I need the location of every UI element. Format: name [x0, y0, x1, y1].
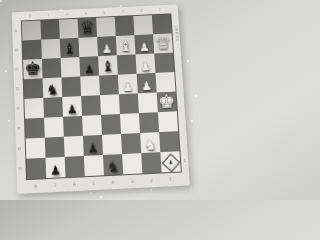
board-cell[interactable] [43, 97, 63, 118]
chess-piece-white-pawn[interactable]: ♟ [102, 43, 113, 55]
board-cell[interactable] [61, 57, 81, 77]
coordinate-label: 5 [76, 11, 95, 16]
board-cell[interactable]: ♞ [43, 77, 63, 98]
chess-piece-black-pawn[interactable]: ♟ [87, 142, 98, 155]
coordinate-label: 5 [84, 180, 104, 186]
chess-piece-black-knight[interactable]: ♞ [106, 159, 119, 174]
coordinate-label: 3 [113, 9, 132, 14]
coordinate-label: 7 [45, 182, 64, 188]
coordinate-label: B [15, 40, 19, 59]
board-cell[interactable] [158, 111, 178, 132]
board-cell[interactable] [22, 20, 41, 40]
chess-piece-white-pawn[interactable]: ♟ [140, 60, 151, 72]
board-cell[interactable] [61, 77, 81, 98]
board-cell[interactable] [41, 39, 60, 59]
board-cell[interactable] [152, 14, 172, 34]
coordinate-label: 4 [103, 179, 123, 185]
chess-piece-black-king[interactable]: ♚ [24, 59, 42, 78]
chess-piece-black-pawn[interactable]: ♟ [84, 63, 95, 75]
board-cell[interactable] [44, 117, 64, 138]
table-speckles [0, 0, 2, 2]
board-cell[interactable] [65, 156, 85, 177]
board-cell[interactable] [122, 153, 142, 174]
board-cell[interactable] [40, 20, 59, 40]
coordinate-label: G [18, 138, 22, 158]
board-cell[interactable] [42, 58, 62, 78]
board-cell[interactable] [84, 155, 104, 176]
vinyl-chess-mat: 87654321 87654321 ABCDEFGH 1 CHESS ♛♝♟♝♟… [12, 4, 190, 193]
coordinate-label: E [16, 98, 20, 118]
coordinate-label: 6 [58, 12, 77, 17]
board-cell[interactable] [154, 53, 174, 73]
chess-piece-white-king[interactable]: ♚ [158, 92, 176, 112]
chess-piece-white-pawn[interactable]: ♟ [139, 41, 150, 53]
chess-piece-black-pawn[interactable]: ♟ [50, 164, 61, 177]
board-cell[interactable] [82, 115, 102, 136]
board-cell[interactable] [78, 37, 98, 57]
board-cell[interactable] [24, 98, 44, 119]
coordinate-label: 8 [26, 183, 45, 189]
mat-dust-specks [12, 12, 13, 13]
coordinate-label: 4 [95, 10, 114, 15]
coordinate-label: 3 [122, 179, 142, 185]
board-cell[interactable] [139, 112, 159, 133]
coordinate-label: C [15, 59, 19, 79]
chess-piece-white-knight[interactable]: ♞ [144, 137, 157, 152]
board-cell[interactable] [63, 116, 83, 137]
board-cell[interactable]: ♝ [60, 38, 80, 58]
chess-piece-black-bishop[interactable]: ♝ [63, 42, 77, 57]
board-cell[interactable]: ♚ [157, 92, 177, 113]
board-cell[interactable]: ♟ [118, 74, 138, 94]
board-cell[interactable]: ♞ [140, 132, 160, 153]
board-brand-text: CHESS [174, 25, 179, 41]
board-cell[interactable]: ♟ [136, 53, 156, 73]
board-cell[interactable]: ♝ [98, 55, 118, 75]
diamond-pawns-logo: ♟ [161, 154, 180, 173]
board-cell[interactable] [159, 131, 179, 152]
chess-piece-white-pawn[interactable]: ♟ [122, 81, 133, 93]
board-cell[interactable] [96, 17, 116, 37]
board-cell[interactable]: ♝ [116, 35, 136, 55]
board-cell[interactable] [25, 118, 45, 139]
board-cell[interactable] [99, 75, 119, 95]
coordinate-label: 8 [21, 14, 40, 19]
board-cell[interactable] [120, 113, 140, 134]
coordinate-label [179, 90, 183, 110]
coordinate-label: 6 [65, 181, 84, 187]
coordinate-label: 2 [132, 9, 151, 14]
coordinate-label [177, 71, 181, 91]
coordinate-label: F [17, 118, 21, 138]
chess-piece-white-pawn[interactable]: ♟ [141, 80, 152, 92]
chess-piece-black-knight[interactable]: ♞ [46, 82, 59, 96]
logo-pawn-glyph: ♟ [168, 160, 173, 165]
coordinate-label: 1 [150, 8, 169, 13]
coordinate-label: 7 [39, 13, 58, 18]
board-cell[interactable]: ♟ [79, 56, 99, 76]
board-cell[interactable] [121, 133, 141, 154]
board-cell[interactable]: ♟ [83, 135, 103, 156]
board-cell[interactable] [101, 114, 121, 135]
coordinate-label [181, 130, 185, 150]
coordinate-label: 1 [183, 150, 187, 170]
coordinate-label [180, 110, 184, 130]
board-cell[interactable] [117, 54, 137, 74]
board-cell[interactable] [141, 152, 161, 173]
board-cell[interactable]: ♟ [45, 157, 65, 178]
board-cell[interactable] [133, 15, 153, 35]
board-cell[interactable]: ♟ [160, 151, 180, 172]
chess-piece-black-bishop[interactable]: ♝ [101, 59, 115, 74]
board-cell[interactable]: ♟ [137, 73, 157, 93]
board-cell[interactable] [119, 93, 139, 114]
board-cell[interactable]: ♛ [153, 33, 173, 53]
board-cell[interactable] [26, 158, 46, 179]
coordinate-label: A [14, 21, 18, 40]
coordinate-label: 1 [161, 177, 181, 183]
board-cell[interactable] [115, 16, 135, 36]
coordinate-label [176, 51, 180, 71]
board-cell[interactable]: ♛ [78, 18, 98, 38]
board-cell[interactable] [26, 138, 46, 159]
board-cell[interactable] [59, 19, 78, 39]
board-cell[interactable]: ♟ [134, 34, 154, 54]
board-cell[interactable] [138, 92, 158, 113]
board-cell[interactable]: ♟ [97, 36, 117, 56]
chess-piece-black-pawn[interactable]: ♟ [67, 103, 78, 115]
board-cell[interactable]: ♚ [23, 59, 42, 79]
chess-board: ♛♝♟♝♟♛♚♟♝♟♞♟♟♟♚♟♞♟♞♟ [21, 13, 182, 180]
coordinate-label: D [16, 78, 20, 98]
board-cell[interactable] [100, 94, 120, 115]
board-cell[interactable]: ♟ [62, 96, 82, 117]
coordinate-label: H [18, 158, 22, 178]
board-cell[interactable] [80, 76, 100, 97]
coordinate-label: 2 [142, 178, 162, 184]
chess-piece-white-queen[interactable]: ♛ [155, 34, 172, 52]
board-cell[interactable]: ♞ [103, 154, 123, 175]
board-cell[interactable] [81, 95, 101, 116]
board-cell[interactable] [45, 137, 65, 158]
board-cell[interactable] [64, 136, 84, 157]
chess-piece-white-bishop[interactable]: ♝ [119, 39, 133, 54]
board-cell[interactable] [102, 134, 122, 155]
chess-piece-black-queen[interactable]: ♛ [79, 19, 96, 37]
board-cell[interactable] [24, 78, 44, 99]
